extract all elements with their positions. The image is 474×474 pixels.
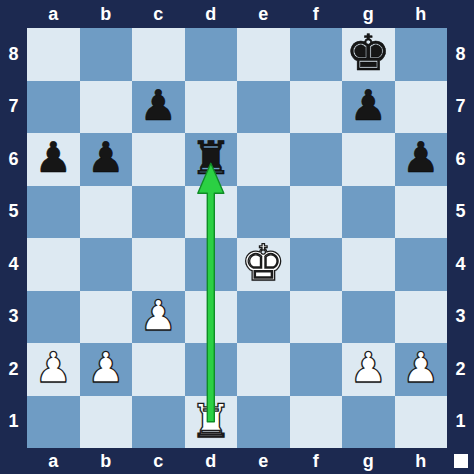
file-label-h: h <box>395 0 448 28</box>
file-label-e: e <box>237 448 290 474</box>
square-a1[interactable] <box>27 396 80 449</box>
square-b5[interactable] <box>80 186 133 239</box>
square-e3[interactable] <box>237 291 290 344</box>
square-e6[interactable] <box>237 133 290 186</box>
square-f3[interactable] <box>290 291 343 344</box>
rank-label-7: 7 <box>447 81 474 134</box>
rank-label-4: 4 <box>447 238 474 291</box>
square-d3[interactable] <box>185 291 238 344</box>
piece-bk: ♚ <box>346 28 391 78</box>
square-g7[interactable]: ♟ <box>342 81 395 134</box>
rank-label-2: 2 <box>447 343 474 396</box>
piece-wk: ♚ <box>241 238 286 288</box>
file-label-d: d <box>185 0 238 28</box>
rank-label-2: 2 <box>0 343 27 396</box>
file-label-g: g <box>342 448 395 474</box>
piece-wp: ♟ <box>349 347 387 389</box>
square-h6[interactable]: ♟ <box>395 133 448 186</box>
square-e4[interactable]: ♚ <box>237 238 290 291</box>
piece-bp: ♟ <box>349 85 387 127</box>
square-f2[interactable] <box>290 343 343 396</box>
file-label-b: b <box>80 0 133 28</box>
square-h1[interactable] <box>395 396 448 449</box>
square-h5[interactable] <box>395 186 448 239</box>
square-g8[interactable]: ♚ <box>342 28 395 81</box>
file-label-c: c <box>132 448 185 474</box>
file-label-e: e <box>237 0 290 28</box>
file-label-h: h <box>395 448 448 474</box>
square-c3[interactable]: ♟ <box>132 291 185 344</box>
square-c7[interactable]: ♟ <box>132 81 185 134</box>
square-f6[interactable] <box>290 133 343 186</box>
chessboard: ♚♟♟♟♟♜♟♚♟♟♟♟♟♜ <box>27 28 447 448</box>
rank-label-1: 1 <box>447 396 474 449</box>
rank-label-8: 8 <box>447 28 474 81</box>
square-c5[interactable] <box>132 186 185 239</box>
square-a6[interactable]: ♟ <box>27 133 80 186</box>
square-e8[interactable] <box>237 28 290 81</box>
file-label-b: b <box>80 448 133 474</box>
square-g3[interactable] <box>342 291 395 344</box>
piece-bp: ♟ <box>87 137 125 179</box>
square-b7[interactable] <box>80 81 133 134</box>
square-c2[interactable] <box>132 343 185 396</box>
square-h7[interactable] <box>395 81 448 134</box>
rank-label-5: 5 <box>0 186 27 239</box>
square-f8[interactable] <box>290 28 343 81</box>
rank-label-7: 7 <box>0 81 27 134</box>
white-to-move-indicator <box>454 454 468 468</box>
square-c6[interactable] <box>132 133 185 186</box>
file-label-c: c <box>132 0 185 28</box>
square-b1[interactable] <box>80 396 133 449</box>
square-g4[interactable] <box>342 238 395 291</box>
square-c8[interactable] <box>132 28 185 81</box>
rank-label-3: 3 <box>447 291 474 344</box>
file-label-f: f <box>290 448 343 474</box>
piece-wp: ♟ <box>34 347 72 389</box>
square-d6[interactable]: ♜ <box>185 133 238 186</box>
square-a5[interactable] <box>27 186 80 239</box>
piece-wp: ♟ <box>87 347 125 389</box>
square-h3[interactable] <box>395 291 448 344</box>
square-a8[interactable] <box>27 28 80 81</box>
rank-labels-left: 87654321 <box>0 28 27 448</box>
square-e2[interactable] <box>237 343 290 396</box>
file-labels-bottom: abcdefgh <box>27 448 447 474</box>
piece-bp: ♟ <box>402 137 440 179</box>
square-c4[interactable] <box>132 238 185 291</box>
square-d4[interactable] <box>185 238 238 291</box>
square-f7[interactable] <box>290 81 343 134</box>
square-h4[interactable] <box>395 238 448 291</box>
square-b8[interactable] <box>80 28 133 81</box>
square-a2[interactable]: ♟ <box>27 343 80 396</box>
square-a7[interactable] <box>27 81 80 134</box>
square-c1[interactable] <box>132 396 185 449</box>
square-f5[interactable] <box>290 186 343 239</box>
square-a3[interactable] <box>27 291 80 344</box>
square-e7[interactable] <box>237 81 290 134</box>
square-b2[interactable]: ♟ <box>80 343 133 396</box>
square-f1[interactable] <box>290 396 343 449</box>
square-e1[interactable] <box>237 396 290 449</box>
square-f4[interactable] <box>290 238 343 291</box>
piece-bp: ♟ <box>34 137 72 179</box>
rank-labels-right: 87654321 <box>447 28 474 448</box>
rank-label-6: 6 <box>447 133 474 186</box>
piece-br: ♜ <box>190 135 231 181</box>
rank-label-4: 4 <box>0 238 27 291</box>
file-label-a: a <box>27 0 80 28</box>
rank-label-1: 1 <box>0 396 27 449</box>
file-label-f: f <box>290 0 343 28</box>
square-b3[interactable] <box>80 291 133 344</box>
piece-wp: ♟ <box>402 347 440 389</box>
square-g1[interactable] <box>342 396 395 449</box>
square-a4[interactable] <box>27 238 80 291</box>
square-d8[interactable] <box>185 28 238 81</box>
rank-label-6: 6 <box>0 133 27 186</box>
square-h8[interactable] <box>395 28 448 81</box>
square-e5[interactable] <box>237 186 290 239</box>
square-d5[interactable] <box>185 186 238 239</box>
file-label-a: a <box>27 448 80 474</box>
piece-wr: ♜ <box>190 398 231 444</box>
piece-wp: ♟ <box>139 295 177 337</box>
rank-label-3: 3 <box>0 291 27 344</box>
file-label-d: d <box>185 448 238 474</box>
square-b4[interactable] <box>80 238 133 291</box>
chessboard-frame: abcdefgh abcdefgh 87654321 87654321 ♚♟♟♟… <box>0 0 474 474</box>
square-g2[interactable]: ♟ <box>342 343 395 396</box>
square-h2[interactable]: ♟ <box>395 343 448 396</box>
square-g5[interactable] <box>342 186 395 239</box>
square-b6[interactable]: ♟ <box>80 133 133 186</box>
piece-bp: ♟ <box>139 85 177 127</box>
square-d1[interactable]: ♜ <box>185 396 238 449</box>
square-d2[interactable] <box>185 343 238 396</box>
square-d7[interactable] <box>185 81 238 134</box>
rank-label-5: 5 <box>447 186 474 239</box>
rank-label-8: 8 <box>0 28 27 81</box>
square-g6[interactable] <box>342 133 395 186</box>
